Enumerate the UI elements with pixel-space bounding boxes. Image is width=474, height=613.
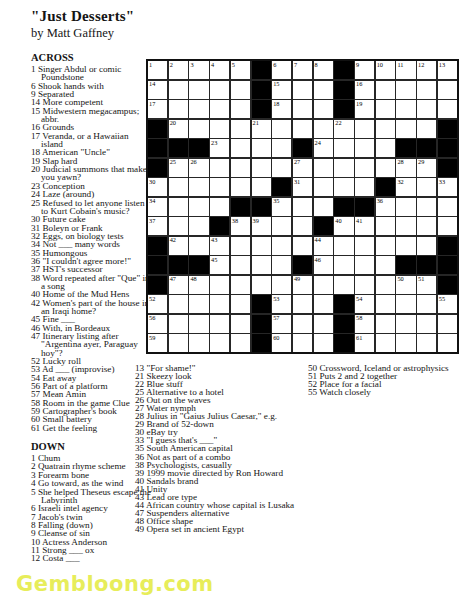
grid-cell-r14c2[interactable] <box>169 315 188 333</box>
grid-cell-r13c14[interactable] <box>417 295 436 313</box>
grid-cell-r6c14[interactable]: 29 <box>417 159 436 177</box>
cell-number: 6 <box>273 61 276 68</box>
grid-cell-r13c7[interactable]: 53 <box>272 295 291 313</box>
cell-number: 17 <box>149 100 155 107</box>
grid-cell-r9c6[interactable]: 39 <box>252 217 271 235</box>
grid-cell-r9c7[interactable] <box>272 217 291 235</box>
grid-cell-r8c4[interactable] <box>210 198 229 216</box>
across-clue-38: 38 Word repeated after "Que" in a song <box>31 274 152 291</box>
grid-cell-r10c3[interactable] <box>189 237 208 255</box>
watermark-text: Gembloong.com <box>16 572 214 596</box>
grid-cell-r9c5[interactable]: 38 <box>231 217 250 235</box>
cell-number: 23 <box>211 139 217 146</box>
grid-cell-r7c1[interactable]: 30 <box>148 178 167 196</box>
grid-cell-r5c11[interactable] <box>355 139 374 157</box>
cell-number: 53 <box>273 295 279 302</box>
grid-cell-r6c6[interactable] <box>252 159 271 177</box>
grid-cell-r6c8[interactable]: 27 <box>293 159 312 177</box>
grid-cell-r5c10[interactable] <box>334 139 353 157</box>
grid-cell-r12c7[interactable] <box>272 276 291 294</box>
crossword-page: "Just Desserts" by Matt Gaffney ACROSS 1… <box>0 0 474 613</box>
grid-cell-r7c10[interactable] <box>334 178 353 196</box>
grid-cell-r13c4[interactable] <box>210 295 229 313</box>
grid-cell-r10c11[interactable] <box>355 237 374 255</box>
grid-cell-r1c6-black <box>252 61 271 79</box>
cell-number: 48 <box>190 275 196 282</box>
grid-cell-r8c3[interactable] <box>189 198 208 216</box>
cell-number: 33 <box>439 178 445 185</box>
grid-cell-r3c7[interactable]: 18 <box>272 100 291 118</box>
grid-cell-r12c4[interactable] <box>210 276 229 294</box>
grid-cell-r13c3[interactable] <box>189 295 208 313</box>
grid-cell-r6c4[interactable] <box>210 159 229 177</box>
right-clue-column: 50 Crossword, Iceland or astrophysics51 … <box>308 364 468 396</box>
across-clue-42: 42 Women's part of the house in an Iraqi… <box>31 299 152 316</box>
grid-cell-r12c15-black <box>438 276 457 294</box>
grid-cell-r12c3[interactable]: 48 <box>189 276 208 294</box>
grid-cell-r14c8[interactable] <box>293 315 312 333</box>
grid-cell-r1c8[interactable]: 7 <box>293 61 312 79</box>
grid-cell-r9c3[interactable] <box>189 217 208 235</box>
grid-cell-r2c4[interactable] <box>210 81 229 99</box>
grid-cell-r15c9[interactable] <box>314 334 333 352</box>
down-clue-55: 55 Watch closely <box>308 388 468 396</box>
grid-cell-r14c3[interactable] <box>189 315 208 333</box>
clue-number: 12 <box>31 553 40 563</box>
grid-cell-r11c6[interactable] <box>252 256 271 274</box>
cell-number: 60 <box>273 334 279 341</box>
grid-cell-r8c13[interactable] <box>396 198 415 216</box>
cell-number: 28 <box>397 158 403 165</box>
grid-cell-r7c5[interactable] <box>231 178 250 196</box>
grid-cell-r8c2[interactable] <box>169 198 188 216</box>
cell-number: 37 <box>149 217 155 224</box>
grid-cell-r10c5[interactable] <box>231 237 250 255</box>
grid-cell-r11c11[interactable] <box>355 256 374 274</box>
cell-number: 21 <box>253 119 259 126</box>
grid-cell-r8c15[interactable] <box>438 198 457 216</box>
cell-number: 31 <box>294 178 300 185</box>
grid-cell-r7c15[interactable]: 33 <box>438 178 457 196</box>
grid-cell-r6c3[interactable]: 26 <box>189 159 208 177</box>
grid-cell-r11c7[interactable] <box>272 256 291 274</box>
grid-cell-r6c13[interactable]: 28 <box>396 159 415 177</box>
grid-cell-r5c7[interactable] <box>272 139 291 157</box>
cell-number: 36 <box>377 197 383 204</box>
grid-cell-r5c9[interactable]: 24 <box>314 139 333 157</box>
grid-cell-r15c12[interactable] <box>376 334 395 352</box>
grid-cell-r4c14[interactable] <box>417 120 436 138</box>
grid-cell-r2c10-black <box>334 81 353 99</box>
grid-cell-r6c7[interactable] <box>272 159 291 177</box>
grid-cell-r7c2[interactable] <box>169 178 188 196</box>
cell-number: 25 <box>170 158 176 165</box>
grid-cell-r7c14[interactable] <box>417 178 436 196</box>
grid-cell-r13c8[interactable] <box>293 295 312 313</box>
grid-cell-r4c1-black <box>148 120 167 138</box>
grid-cell-r4c12[interactable] <box>376 120 395 138</box>
grid-cell-r10c8[interactable] <box>293 237 312 255</box>
grid-cell-r7c4[interactable] <box>210 178 229 196</box>
grid-cell-r12c2[interactable]: 47 <box>169 276 188 294</box>
grid-cell-r7c11[interactable] <box>355 178 374 196</box>
grid-cell-r2c11[interactable]: 16 <box>355 81 374 99</box>
crossword-grid: 1234567891011121314151617181920212223242… <box>146 59 459 354</box>
grid-cell-r2c15[interactable] <box>438 81 457 99</box>
clue-number: 17 <box>31 131 40 141</box>
grid-cell-r6c15-black <box>438 159 457 177</box>
grid-cell-r15c7[interactable]: 60 <box>272 334 291 352</box>
grid-cell-r11c3-black <box>189 256 208 274</box>
grid-cell-r9c14[interactable] <box>417 217 436 235</box>
grid-cell-r10c10[interactable] <box>334 237 353 255</box>
grid-cell-r9c13[interactable] <box>396 217 415 235</box>
grid-cell-r9c12[interactable] <box>376 217 395 235</box>
grid-cell-r15c1[interactable]: 59 <box>148 334 167 352</box>
grid-cell-r4c6[interactable]: 21 <box>252 120 271 138</box>
grid-cell-r11c14-black <box>417 256 436 274</box>
cell-number: 41 <box>356 217 362 224</box>
grid-cell-r12c12[interactable] <box>376 276 395 294</box>
grid-cell-r9c11[interactable]: 41 <box>355 217 374 235</box>
grid-cell-r14c9[interactable] <box>314 315 333 333</box>
grid-cell-r5c8-black <box>293 139 312 157</box>
cell-number: 5 <box>232 61 235 68</box>
grid-cell-r14c12[interactable] <box>376 315 395 333</box>
grid-cell-r2c12[interactable] <box>376 81 395 99</box>
grid-cell-r5c3-black <box>189 139 208 157</box>
down-clue-12: 12 Costa ___ <box>31 554 152 562</box>
cell-number: 7 <box>294 61 297 68</box>
cell-number: 30 <box>149 178 155 185</box>
grid-cell-r3c13[interactable] <box>396 100 415 118</box>
grid-cell-r6c5[interactable] <box>231 159 250 177</box>
grid-cell-r7c3[interactable] <box>189 178 208 196</box>
grid-cell-r10c7[interactable] <box>272 237 291 255</box>
clue-number: 15 <box>31 106 40 116</box>
grid-cell-r7c9[interactable] <box>314 178 333 196</box>
grid-cell-r5c1-black <box>148 139 167 157</box>
grid-cell-r10c14[interactable] <box>417 237 436 255</box>
grid-cell-r2c5[interactable] <box>231 81 250 99</box>
grid-cell-r10c13[interactable] <box>396 237 415 255</box>
cell-number: 9 <box>356 61 359 68</box>
grid-cell-r10c9[interactable]: 44 <box>314 237 333 255</box>
cell-number: 1 <box>149 61 152 68</box>
cell-number: 24 <box>315 139 321 146</box>
grid-cell-r14c1[interactable]: 56 <box>148 315 167 333</box>
puzzle-byline: by Matt Gaffney <box>31 26 114 41</box>
grid-cell-r13c13[interactable] <box>396 295 415 313</box>
clue-number: 55 <box>308 387 317 397</box>
grid-cell-r9c4-black <box>210 217 229 235</box>
grid-cell-r14c13[interactable] <box>396 315 415 333</box>
grid-cell-r8c10-black <box>334 198 353 216</box>
grid-cell-r15c14[interactable] <box>417 334 436 352</box>
cell-number: 42 <box>170 236 176 243</box>
grid-cell-r1c7[interactable]: 6 <box>272 61 291 79</box>
grid-cell-r14c14[interactable] <box>417 315 436 333</box>
grid-cell-r5c4[interactable]: 23 <box>210 139 229 157</box>
grid-cell-r3c11[interactable]: 19 <box>355 100 374 118</box>
grid-cell-r1c2[interactable]: 2 <box>169 61 188 79</box>
grid-cell-r5c12[interactable] <box>376 139 395 157</box>
grid-cell-r11c5[interactable] <box>231 256 250 274</box>
grid-cell-r3c10-black <box>334 100 353 118</box>
grid-cell-r2c2[interactable] <box>169 81 188 99</box>
middle-clue-column: 13 "For shame!"21 Skeezy look22 Blue stu… <box>135 364 303 533</box>
grid-cell-r4c4[interactable] <box>210 120 229 138</box>
grid-cell-r13c11[interactable]: 54 <box>355 295 374 313</box>
grid-cell-r3c6-black <box>252 100 271 118</box>
cell-number: 52 <box>149 295 155 302</box>
grid-cell-r15c3[interactable] <box>189 334 208 352</box>
grid-cell-r13c1[interactable]: 52 <box>148 295 167 313</box>
grid-cell-r13c15[interactable]: 55 <box>438 295 457 313</box>
cell-number: 57 <box>273 314 279 321</box>
grid-cell-r12c6[interactable] <box>252 276 271 294</box>
grid-cell-r11c12[interactable] <box>376 256 395 274</box>
grid-cell-r2c13[interactable] <box>396 81 415 99</box>
grid-cell-r3c8[interactable] <box>293 100 312 118</box>
grid-cell-r10c4[interactable]: 43 <box>210 237 229 255</box>
left-clue-column: ACROSS 1 Singer Abdul or comic Poundston… <box>31 52 152 563</box>
grid-cell-r8c5-black <box>231 198 250 216</box>
grid-cell-r14c15[interactable] <box>438 315 457 333</box>
clue-number: 47 <box>31 331 40 341</box>
grid-cell-r2c9[interactable] <box>314 81 333 99</box>
grid-cell-r9c8[interactable] <box>293 217 312 235</box>
grid-cell-r7c13[interactable]: 32 <box>396 178 415 196</box>
clue-number: 61 <box>31 423 40 433</box>
grid-cell-r1c3[interactable]: 3 <box>189 61 208 79</box>
grid-cell-r11c10[interactable] <box>334 256 353 274</box>
grid-cell-r12c9[interactable] <box>314 276 333 294</box>
cell-number: 35 <box>273 197 279 204</box>
cell-number: 4 <box>211 61 214 68</box>
grid-cell-r4c8[interactable] <box>293 120 312 138</box>
grid-cell-r10c2[interactable]: 42 <box>169 237 188 255</box>
cell-number: 22 <box>335 119 341 126</box>
grid-cell-r12c8[interactable]: 49 <box>293 276 312 294</box>
grid-cell-r1c15[interactable]: 13 <box>438 61 457 79</box>
grid-cell-r10c12[interactable] <box>376 237 395 255</box>
grid-cell-r11c4[interactable]: 45 <box>210 256 229 274</box>
grid-cell-r10c1-black <box>148 237 167 255</box>
grid-cell-r4c13[interactable] <box>396 120 415 138</box>
grid-cell-r15c8[interactable] <box>293 334 312 352</box>
grid-cell-r1c12[interactable]: 10 <box>376 61 395 79</box>
cell-number: 54 <box>356 295 362 302</box>
grid-cell-r12c14[interactable]: 51 <box>417 276 436 294</box>
grid-cell-r11c1-black <box>148 256 167 274</box>
grid-cell-r3c15[interactable] <box>438 100 457 118</box>
grid-cell-r4c15-black <box>438 120 457 138</box>
grid-cell-r3c9[interactable] <box>314 100 333 118</box>
grid-cell-r4c10[interactable]: 22 <box>334 120 353 138</box>
grid-cell-r3c2[interactable] <box>169 100 188 118</box>
cell-number: 12 <box>418 61 424 68</box>
down-clues-list-2: 13 "For shame!"21 Skeezy look22 Blue stu… <box>135 364 303 533</box>
grid-cell-r11c15-black <box>438 256 457 274</box>
grid-cell-r14c7[interactable]: 57 <box>272 315 291 333</box>
grid-cell-r15c6-black <box>252 334 271 352</box>
grid-cell-r5c14-black <box>417 139 436 157</box>
down-clue-5: 5 She helped Theseus escape the Labyrint… <box>31 488 152 505</box>
grid-cell-r14c6-black <box>252 315 271 333</box>
cell-number: 34 <box>149 197 155 204</box>
cell-number: 45 <box>211 256 217 263</box>
grid-cell-r11c13-black <box>396 256 415 274</box>
grid-cell-r2c6-black <box>252 81 271 99</box>
clue-number: 20 <box>31 164 40 174</box>
clue-number: 5 <box>31 487 36 497</box>
grid-cell-r9c15[interactable] <box>438 217 457 235</box>
down-clues-list-3: 50 Crossword, Iceland or astrophysics51 … <box>308 364 468 396</box>
across-clue-61: 61 Get the feeling <box>31 424 152 432</box>
grid-cell-r11c2-black <box>169 256 188 274</box>
grid-cell-r1c10-black <box>334 61 353 79</box>
grid-cell-r2c1[interactable]: 14 <box>148 81 167 99</box>
grid-cell-r4c9[interactable] <box>314 120 333 138</box>
clue-number: 25 <box>31 198 40 208</box>
grid-cell-r5c15-black <box>438 139 457 157</box>
cell-number: 15 <box>273 80 279 87</box>
grid-cell-r1c13[interactable]: 11 <box>396 61 415 79</box>
cell-number: 18 <box>273 100 279 107</box>
cell-number: 47 <box>170 275 176 282</box>
grid-cell-r4c3[interactable] <box>189 120 208 138</box>
cell-number: 13 <box>439 61 445 68</box>
grid-cell-r11c9[interactable]: 46 <box>314 256 333 274</box>
grid-cell-r7c7-black <box>272 178 291 196</box>
grid-cell-r1c4[interactable]: 4 <box>210 61 229 79</box>
grid-cell-r1c1[interactable]: 1 <box>148 61 167 79</box>
grid-cell-r8c6-black <box>252 198 271 216</box>
grid-cell-r7c12-black <box>376 178 395 196</box>
grid-cell-r5c2-black <box>169 139 188 157</box>
grid-cell-r8c14[interactable] <box>417 198 436 216</box>
grid-cell-r4c2[interactable]: 20 <box>169 120 188 138</box>
grid-cell-r8c9[interactable] <box>314 198 333 216</box>
grid-cell-r1c5[interactable]: 5 <box>231 61 250 79</box>
grid-cell-r8c12[interactable]: 36 <box>376 198 395 216</box>
grid-cell-r1c9[interactable]: 8 <box>314 61 333 79</box>
grid-cell-r3c5[interactable] <box>231 100 250 118</box>
cell-number: 58 <box>356 314 362 321</box>
grid-cell-r8c7[interactable]: 35 <box>272 198 291 216</box>
grid-cell-r15c15[interactable] <box>438 334 457 352</box>
grid-cell-r9c2[interactable] <box>169 217 188 235</box>
grid-cell-r6c11[interactable] <box>355 159 374 177</box>
grid-cell-r4c5[interactable] <box>231 120 250 138</box>
grid-cell-r1c11[interactable]: 9 <box>355 61 374 79</box>
grid-cell-r12c13[interactable]: 50 <box>396 276 415 294</box>
cell-number: 26 <box>190 158 196 165</box>
cell-number: 14 <box>149 80 155 87</box>
grid-cell-r12c11[interactable] <box>355 276 374 294</box>
grid-cell-r6c9[interactable] <box>314 159 333 177</box>
cell-number: 61 <box>356 334 362 341</box>
puzzle-title: "Just Desserts" <box>31 8 134 25</box>
grid-cell-r12c10[interactable] <box>334 276 353 294</box>
grid-cell-r14c10-black <box>334 315 353 333</box>
clue-number: 38 <box>31 273 40 283</box>
grid-cell-r13c12[interactable] <box>376 295 395 313</box>
grid-cell-r9c9-black <box>314 217 333 235</box>
grid-cell-r14c5[interactable] <box>231 315 250 333</box>
grid-cell-r6c10[interactable] <box>334 159 353 177</box>
grid-cell-r13c2[interactable] <box>169 295 188 313</box>
grid-cell-r11c8-black <box>293 256 312 274</box>
grid-cell-r2c3[interactable] <box>189 81 208 99</box>
grid-cell-r3c1[interactable]: 17 <box>148 100 167 118</box>
grid-cell-r15c11[interactable]: 61 <box>355 334 374 352</box>
grid-cell-r10c6[interactable] <box>252 237 271 255</box>
grid-cell-r14c4[interactable] <box>210 315 229 333</box>
cell-number: 20 <box>170 119 176 126</box>
grid-cell-r7c8[interactable]: 31 <box>293 178 312 196</box>
cell-number: 11 <box>397 61 403 68</box>
cell-number: 2 <box>170 61 173 68</box>
grid-cell-r12c5[interactable] <box>231 276 250 294</box>
grid-cell-r15c2[interactable] <box>169 334 188 352</box>
grid-cell-r4c7[interactable] <box>272 120 291 138</box>
grid-cell-r13c5[interactable] <box>231 295 250 313</box>
cell-number: 40 <box>335 217 341 224</box>
clue-number: 1 <box>31 64 36 74</box>
grid-cell-r15c4[interactable] <box>210 334 229 352</box>
cell-number: 39 <box>253 217 259 224</box>
grid-cell-r3c12[interactable] <box>376 100 395 118</box>
across-clue-47: 47 Itinerary listing after "Argentina ay… <box>31 332 152 357</box>
down-clues-list-1: 1 Chum2 Quatrain rhyme scheme3 Forearm b… <box>31 454 152 562</box>
cell-number: 27 <box>294 158 300 165</box>
grid-cell-r4c11[interactable] <box>355 120 374 138</box>
grid-cell-r9c1[interactable]: 37 <box>148 217 167 235</box>
grid-cell-r7c6[interactable] <box>252 178 271 196</box>
cell-number: 55 <box>439 295 445 302</box>
grid-cell-r8c8[interactable] <box>293 198 312 216</box>
grid-cell-r5c5[interactable] <box>231 139 250 157</box>
cell-number: 43 <box>211 236 217 243</box>
grid-cell-r9c10[interactable]: 40 <box>334 217 353 235</box>
grid-cell-r6c12[interactable] <box>376 159 395 177</box>
cell-number: 16 <box>356 80 362 87</box>
grid-cell-r12c1-black <box>148 276 167 294</box>
grid-cell-r6c2[interactable]: 25 <box>169 159 188 177</box>
across-header: ACROSS <box>31 52 152 63</box>
grid-cell-r15c5[interactable] <box>231 334 250 352</box>
grid-cell-r3c4[interactable] <box>210 100 229 118</box>
grid-cell-r3c14[interactable] <box>417 100 436 118</box>
grid-cell-r1c14[interactable]: 12 <box>417 61 436 79</box>
grid-cell-r14c11[interactable]: 58 <box>355 315 374 333</box>
grid-cell-r5c6[interactable] <box>252 139 271 157</box>
across-clue-25: 25 Refused to let anyone listen to Kurt … <box>31 199 152 216</box>
down-clue-49: 49 Opera set in ancient Egypt <box>135 525 303 533</box>
cell-number: 50 <box>397 275 403 282</box>
grid-cell-r6c1-black <box>148 159 167 177</box>
grid-cell-r3c3[interactable] <box>189 100 208 118</box>
grid-cell-r8c11-black <box>355 198 374 216</box>
grid-cell-r8c1[interactable]: 34 <box>148 198 167 216</box>
grid-cell-r15c13[interactable] <box>396 334 415 352</box>
grid-cell-r2c8[interactable] <box>293 81 312 99</box>
grid-cell-r2c7[interactable]: 15 <box>272 81 291 99</box>
grid-cell-r2c14[interactable] <box>417 81 436 99</box>
grid-cell-r13c9[interactable] <box>314 295 333 313</box>
